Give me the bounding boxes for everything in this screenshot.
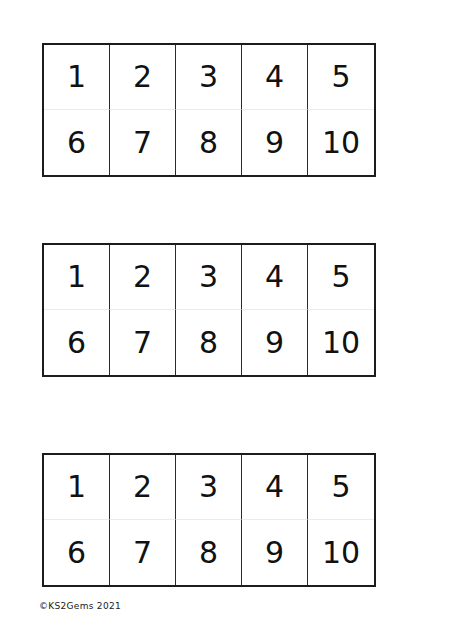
number-cell: 3 <box>176 45 242 110</box>
number-cell: 5 <box>308 245 374 310</box>
number-grid-3: 1 2 3 4 5 6 7 8 9 10 <box>42 453 376 587</box>
number-cell: 2 <box>110 245 176 310</box>
number-cell: 8 <box>176 110 242 175</box>
number-cell: 9 <box>242 310 308 375</box>
number-cell: 6 <box>44 520 110 585</box>
number-grid-2: 1 2 3 4 5 6 7 8 9 10 <box>42 243 376 377</box>
number-cell: 4 <box>242 45 308 110</box>
number-cell: 10 <box>308 310 374 375</box>
number-cell: 3 <box>176 455 242 520</box>
number-cell: 3 <box>176 245 242 310</box>
number-cell: 7 <box>110 110 176 175</box>
number-cell: 8 <box>176 310 242 375</box>
number-cell: 7 <box>110 310 176 375</box>
number-cell: 4 <box>242 455 308 520</box>
number-cell: 8 <box>176 520 242 585</box>
number-cell: 5 <box>308 455 374 520</box>
number-cell: 2 <box>110 455 176 520</box>
number-grid-1: 1 2 3 4 5 6 7 8 9 10 <box>42 43 376 177</box>
number-cell: 9 <box>242 520 308 585</box>
number-cell: 1 <box>44 45 110 110</box>
number-cell: 9 <box>242 110 308 175</box>
number-cell: 6 <box>44 310 110 375</box>
number-cell: 4 <box>242 245 308 310</box>
number-cell: 1 <box>44 455 110 520</box>
worksheet-page: 1 2 3 4 5 6 7 8 9 10 1 2 3 4 5 6 7 8 9 1… <box>0 0 450 636</box>
number-cell: 10 <box>308 110 374 175</box>
number-cell: 2 <box>110 45 176 110</box>
number-cell: 10 <box>308 520 374 585</box>
number-cell: 5 <box>308 45 374 110</box>
number-cell: 7 <box>110 520 176 585</box>
number-cell: 6 <box>44 110 110 175</box>
number-cell: 1 <box>44 245 110 310</box>
copyright-credit: ©KS2Gems 2021 <box>39 601 121 611</box>
